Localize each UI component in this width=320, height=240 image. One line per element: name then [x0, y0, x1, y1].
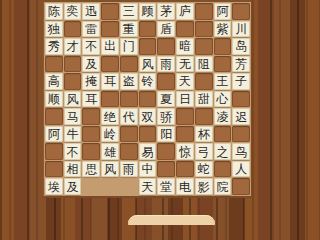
tile-r10c9-蛇: 蛇	[195, 161, 213, 178]
empty-slot-r6c4[interactable]	[101, 91, 119, 108]
empty-slot-r7c1[interactable]	[45, 108, 63, 125]
tile-r5c1-高: 高	[45, 73, 63, 90]
empty-slot-r8c10[interactable]	[214, 126, 232, 143]
tile-r6c10-心: 心	[214, 91, 232, 108]
tile-r2c5-重: 重	[120, 21, 138, 38]
tile-r10c2-相: 相	[64, 161, 82, 178]
empty-slot-r3c9[interactable]	[195, 38, 213, 55]
empty-slot-r7c8[interactable]	[176, 108, 194, 125]
tile-r9c8-惊: 惊	[176, 143, 194, 160]
tile-r3c8-暗: 暗	[176, 38, 194, 55]
empty-slot-r2c4[interactable]	[101, 21, 119, 38]
tile-r10c11-人: 人	[232, 161, 250, 178]
empty-slot-r1c4[interactable]	[101, 3, 119, 20]
tile-r5c4-耳: 耳	[101, 73, 119, 90]
empty-slot-r5c2[interactable]	[64, 73, 82, 90]
empty-slot-r6c5[interactable]	[120, 91, 138, 108]
tile-r4c9-阻: 阻	[195, 56, 213, 73]
tile-r6c8-日: 日	[176, 91, 194, 108]
tile-r3c4-出: 出	[101, 38, 119, 55]
tile-r10c3-思: 思	[82, 161, 100, 178]
tile-r1c6-顾: 顾	[139, 3, 157, 20]
tile-r3c1-秀: 秀	[45, 38, 63, 55]
empty-slot-r11c11[interactable]	[232, 178, 250, 195]
tile-r1c5-三: 三	[120, 3, 138, 20]
tile-r11c1-埃: 埃	[45, 178, 63, 195]
tile-r5c5-盗: 盗	[120, 73, 138, 90]
tile-r6c7-夏: 夏	[157, 91, 175, 108]
tile-r7c6-双: 双	[139, 108, 157, 125]
tile-r10c6-中: 中	[139, 161, 157, 178]
empty-slot-r10c7[interactable]	[157, 161, 175, 178]
tile-r11c2-及: 及	[64, 178, 82, 195]
tile-r5c10-王: 王	[214, 73, 232, 90]
empty-slot-r7c9[interactable]	[195, 108, 213, 125]
tile-r6c1-顺: 顺	[45, 91, 63, 108]
tile-r7c4-绝: 绝	[101, 108, 119, 125]
tile-r1c1-陈: 陈	[45, 3, 63, 20]
tile-r10c4-风: 风	[101, 161, 119, 178]
tile-r2c3-雷: 雷	[82, 21, 100, 38]
tile-r9c2-不: 不	[64, 143, 82, 160]
tile-r2c7-盾: 盾	[157, 21, 175, 38]
tile-r11c7-堂: 堂	[157, 178, 175, 195]
tile-r11c9-影: 影	[195, 178, 213, 195]
tile-r9c11-鸟: 鸟	[232, 143, 250, 160]
empty-slot-r9c7[interactable]	[157, 143, 175, 160]
tile-r7c7-骄: 骄	[157, 108, 175, 125]
empty-slot-r6c11[interactable]	[232, 91, 250, 108]
board-bg-r11c4	[101, 178, 119, 195]
empty-slot-r9c3[interactable]	[82, 143, 100, 160]
tile-r2c11-川: 川	[232, 21, 250, 38]
tile-r4c11-芳: 芳	[232, 56, 250, 73]
empty-slot-r4c4[interactable]	[101, 56, 119, 73]
tile-r2c10-紫: 紫	[214, 21, 232, 38]
tile-r2c1-独: 独	[45, 21, 63, 38]
tile-r11c6-天: 天	[139, 178, 157, 195]
tile-r3c3-不: 不	[82, 38, 100, 55]
empty-slot-r3c7[interactable]	[157, 38, 175, 55]
empty-slot-r7c3[interactable]	[82, 108, 100, 125]
tile-r3c2-才: 才	[64, 38, 82, 55]
tile-r7c10-凌: 凌	[214, 108, 232, 125]
empty-slot-r4c10[interactable]	[214, 56, 232, 73]
empty-slot-r5c9[interactable]	[195, 73, 213, 90]
tile-r8c1-阿: 阿	[45, 126, 63, 143]
game-screen: { "game": "chinese-character-crossword",…	[0, 0, 300, 225]
tile-r6c2-风: 风	[64, 91, 82, 108]
empty-slot-r3c10[interactable]	[214, 38, 232, 55]
empty-slot-r10c1[interactable]	[45, 161, 63, 178]
board: 陈奕迅三顾茅庐阿独雷重盾紫川秀才不出门暗岛及风雨无阻芳高掩耳盗铃天王子顺风耳夏日…	[43, 0, 252, 198]
empty-slot-r1c11[interactable]	[232, 3, 250, 20]
tile-r7c2-马: 马	[64, 108, 82, 125]
tile-r1c8-庐: 庐	[176, 3, 194, 20]
empty-slot-r1c9[interactable]	[195, 3, 213, 20]
empty-slot-r8c8[interactable]	[176, 126, 194, 143]
empty-slot-r2c2[interactable]	[64, 21, 82, 38]
tile-r4c7-雨: 雨	[157, 56, 175, 73]
tile-r6c9-甜: 甜	[195, 91, 213, 108]
tile-r8c4-岭: 岭	[101, 126, 119, 143]
tile-r3c11-岛: 岛	[232, 38, 250, 55]
empty-slot-r8c6[interactable]	[139, 126, 157, 143]
tile-tray-top[interactable]	[128, 215, 215, 225]
tile-r1c3-迅: 迅	[82, 3, 100, 20]
tile-r9c9-弓: 弓	[195, 143, 213, 160]
tile-r4c3-及: 及	[82, 56, 100, 73]
empty-slot-r4c1[interactable]	[45, 56, 63, 73]
board-bg-r11c3	[82, 178, 100, 195]
empty-slot-r10c8[interactable]	[176, 161, 194, 178]
tile-r5c3-掩: 掩	[82, 73, 100, 90]
tile-r11c10-院: 院	[214, 178, 232, 195]
tile-r7c11-迟: 迟	[232, 108, 250, 125]
empty-slot-r2c8[interactable]	[176, 21, 194, 38]
tile-r1c2-奕: 奕	[64, 3, 82, 20]
empty-slot-r2c6[interactable]	[139, 21, 157, 38]
tile-r11c8-电: 电	[176, 178, 194, 195]
tile-r5c11-子: 子	[232, 73, 250, 90]
tile-r7c5-代: 代	[120, 108, 138, 125]
tile-r10c5-雨: 雨	[120, 161, 138, 178]
empty-slot-r9c5[interactable]	[120, 143, 138, 160]
empty-slot-r4c2[interactable]	[64, 56, 82, 73]
tile-r1c10-阿: 阿	[214, 3, 232, 20]
empty-slot-r4c5[interactable]	[120, 56, 138, 73]
tile-r9c10-之: 之	[214, 143, 232, 160]
tile-r8c2-牛: 牛	[64, 126, 82, 143]
tile-r1c7-茅: 茅	[157, 3, 175, 20]
tile-r8c9-杯: 杯	[195, 126, 213, 143]
tile-r9c6-易: 易	[139, 143, 157, 160]
empty-slot-r10c10[interactable]	[214, 161, 232, 178]
tile-r9c4-雄: 雄	[101, 143, 119, 160]
empty-slot-r6c6[interactable]	[139, 91, 157, 108]
board-bg-r11c5	[120, 178, 138, 195]
tile-r6c3-耳: 耳	[82, 91, 100, 108]
tile-r4c8-无: 无	[176, 56, 194, 73]
empty-slot-r8c11[interactable]	[232, 126, 250, 143]
empty-slot-r3c6[interactable]	[139, 38, 157, 55]
empty-slot-r8c5[interactable]	[120, 126, 138, 143]
tile-r4c6-风: 风	[139, 56, 157, 73]
empty-slot-r9c1[interactable]	[45, 143, 63, 160]
empty-slot-r2c9[interactable]	[195, 21, 213, 38]
tile-r8c7-阳: 阳	[157, 126, 175, 143]
tile-r5c8-天: 天	[176, 73, 194, 90]
tile-r3c5-门: 门	[120, 38, 138, 55]
tile-r5c6-铃: 铃	[139, 73, 157, 90]
empty-slot-r8c3[interactable]	[82, 126, 100, 143]
empty-slot-r5c7[interactable]	[157, 73, 175, 90]
